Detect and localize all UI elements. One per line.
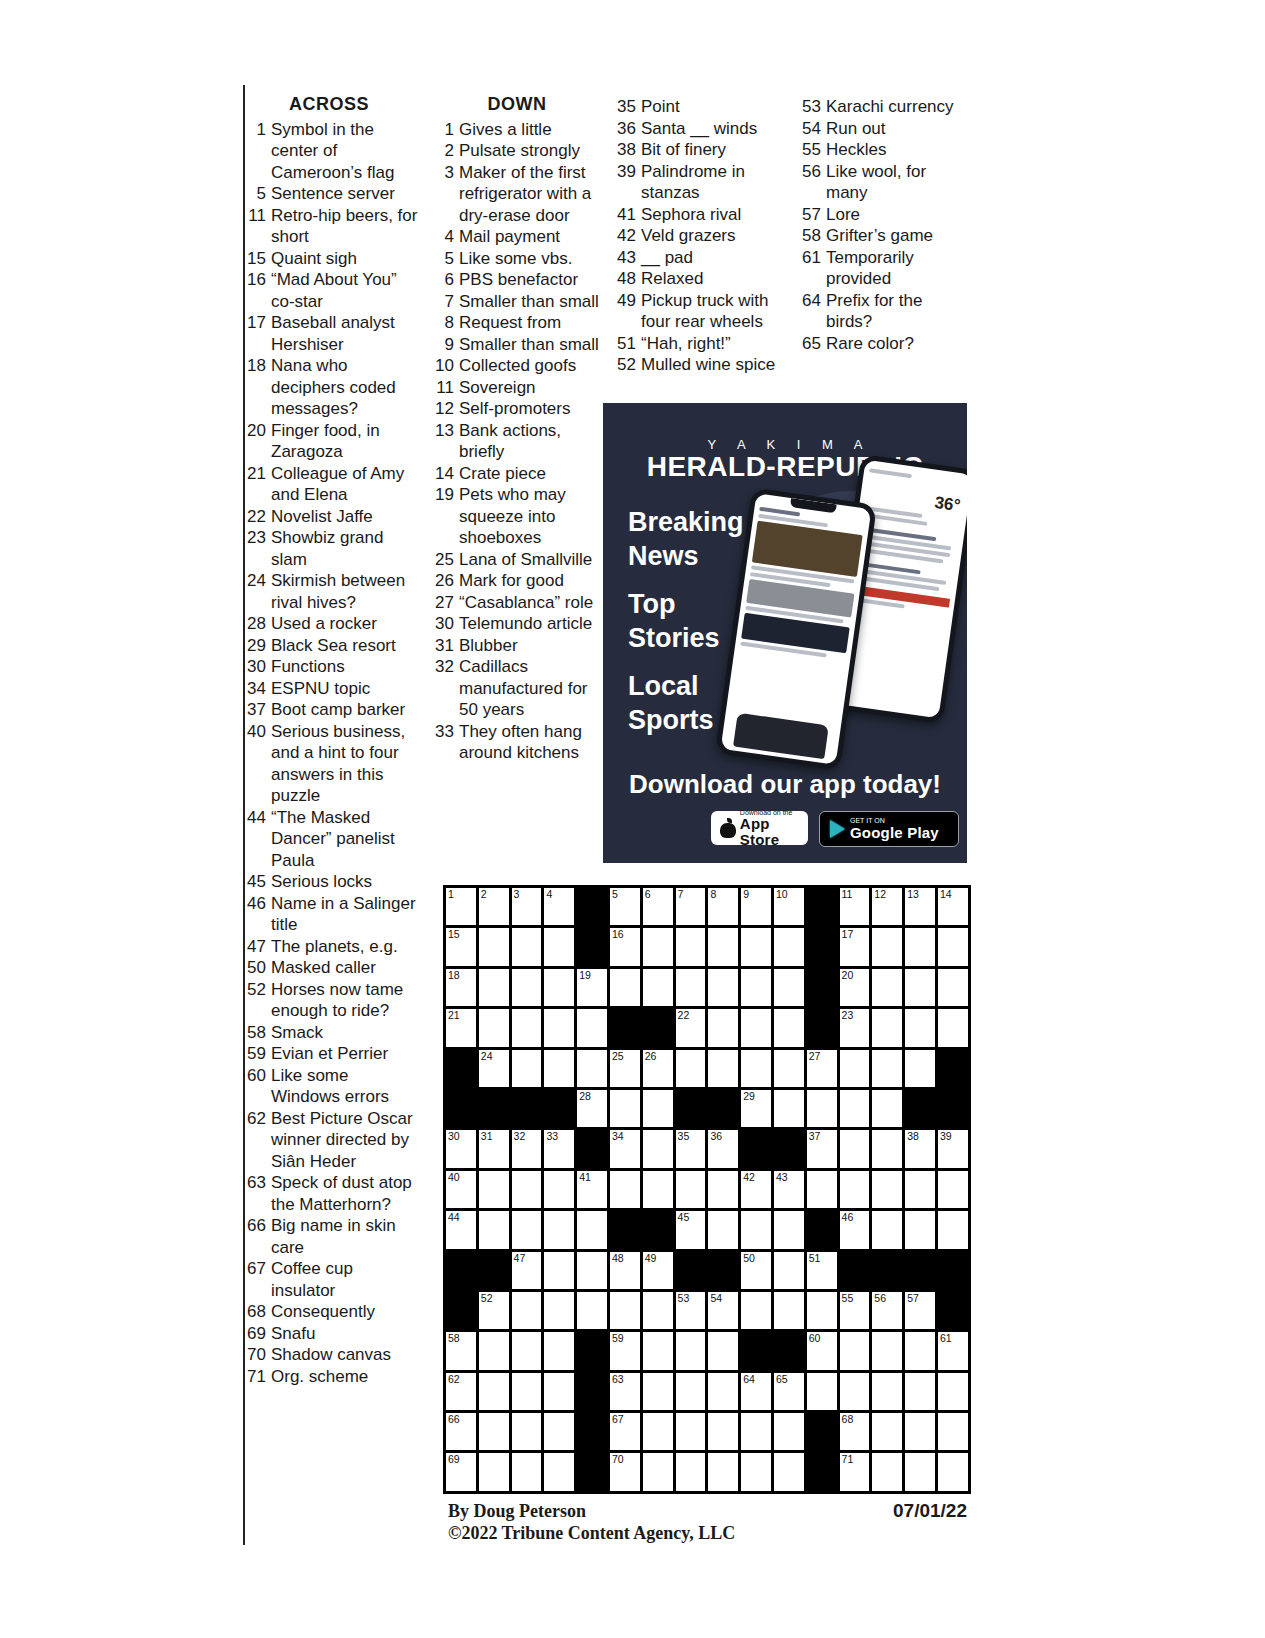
grid-cell[interactable]: 16 — [610, 928, 640, 965]
clue-text: “Casablanca” role — [459, 593, 593, 612]
black-cell — [807, 1413, 837, 1450]
clue: 13Bank actions, briefly — [428, 420, 606, 463]
grid-cell[interactable] — [479, 1453, 509, 1490]
grid-cell[interactable] — [938, 969, 968, 1006]
grid-cell[interactable]: 24 — [479, 1050, 509, 1087]
clue-number: 69 — [240, 1323, 266, 1345]
grid-cell[interactable] — [544, 969, 574, 1006]
grid-cell[interactable] — [643, 1453, 673, 1490]
clue: 14Crate piece — [428, 463, 606, 485]
clue: 56Like wool, for many — [795, 161, 970, 204]
grid-cell[interactable] — [676, 1453, 706, 1490]
grid-cell[interactable] — [741, 969, 771, 1006]
play-triangle-icon — [830, 820, 845, 838]
grid-cell[interactable] — [905, 1171, 935, 1208]
grid-cell[interactable] — [512, 1050, 542, 1087]
grid-cell[interactable] — [544, 1252, 574, 1289]
clue-number: 5 — [428, 248, 454, 270]
grid-cell[interactable] — [774, 1453, 804, 1490]
cell-number: 65 — [776, 1374, 788, 1385]
cell-number: 70 — [612, 1454, 624, 1465]
clue-text: Sovereign — [459, 378, 536, 397]
grid-cell[interactable]: 5 — [610, 888, 640, 925]
grid-cell[interactable] — [643, 1130, 673, 1167]
grid-cell[interactable] — [840, 1130, 870, 1167]
clue: 38Bit of finery — [610, 139, 790, 161]
grid-cell[interactable] — [708, 1211, 738, 1248]
grid-cell[interactable] — [840, 1373, 870, 1410]
clue-number: 39 — [610, 161, 636, 183]
clue-text: Best Picture Oscar winner directed by Si… — [271, 1109, 413, 1171]
grid-cell[interactable] — [708, 928, 738, 965]
grid-cell[interactable] — [741, 1211, 771, 1248]
clue-text: Novelist Jaffe — [271, 507, 373, 526]
cell-number: 27 — [809, 1051, 821, 1062]
grid-cell[interactable] — [840, 1050, 870, 1087]
grid-cell[interactable]: 28 — [577, 1090, 607, 1127]
grid-cell[interactable] — [774, 1050, 804, 1087]
grid-cell[interactable] — [544, 1171, 574, 1208]
grid-cell[interactable]: 57 — [905, 1292, 935, 1329]
clue-number: 35 — [610, 96, 636, 118]
grid-cell[interactable]: 36 — [708, 1130, 738, 1167]
grid-cell[interactable] — [676, 928, 706, 965]
grid-cell[interactable] — [577, 1292, 607, 1329]
grid-cell[interactable] — [610, 1090, 640, 1127]
clue-text: __ pad — [641, 248, 693, 267]
grid-cell[interactable]: 27 — [807, 1050, 837, 1087]
grid-cell[interactable] — [577, 1252, 607, 1289]
grid-cell[interactable] — [676, 1373, 706, 1410]
grid-cell[interactable] — [512, 1453, 542, 1490]
grid-cell[interactable] — [872, 1130, 902, 1167]
grid-cell[interactable] — [807, 1171, 837, 1208]
clue-text: Finger food, in Zaragoza — [271, 421, 380, 462]
grid-cell[interactable] — [741, 1009, 771, 1046]
grid-cell[interactable] — [643, 1090, 673, 1127]
grid-cell[interactable] — [676, 1050, 706, 1087]
clue-number: 46 — [240, 893, 266, 915]
grid-cell[interactable]: 63 — [610, 1373, 640, 1410]
grid-cell[interactable] — [512, 1413, 542, 1450]
grid-cell[interactable] — [708, 1332, 738, 1369]
clue-number: 11 — [240, 205, 266, 227]
ad-tagline: Local Sports — [628, 669, 758, 737]
grid-cell[interactable] — [479, 1009, 509, 1046]
grid-cell[interactable] — [708, 1453, 738, 1490]
grid-cell[interactable] — [708, 1050, 738, 1087]
grid-cell[interactable] — [643, 969, 673, 1006]
clue: 11Retro-hip beers, for short — [240, 205, 418, 248]
grid-cell[interactable]: 53 — [676, 1292, 706, 1329]
grid-cell[interactable]: 58 — [446, 1332, 476, 1369]
grid-cell[interactable]: 20 — [840, 969, 870, 1006]
grid-cell[interactable]: 34 — [610, 1130, 640, 1167]
clue-text: Horses now tame enough to ride? — [271, 980, 403, 1021]
grid-cell[interactable] — [544, 1009, 574, 1046]
grid-cell[interactable]: 32 — [512, 1130, 542, 1167]
grid-cell[interactable]: 17 — [840, 928, 870, 965]
cell-number: 50 — [743, 1253, 755, 1264]
clue: 5Like some vbs. — [428, 248, 606, 270]
clue-text: Snafu — [271, 1324, 315, 1343]
grid-cell[interactable]: 18 — [446, 969, 476, 1006]
grid-cell[interactable] — [643, 1413, 673, 1450]
grid-cell[interactable] — [774, 969, 804, 1006]
app-store-badge[interactable]: Download on the App Store — [711, 811, 808, 845]
clue-number: 22 — [240, 506, 266, 528]
grid-cell[interactable] — [872, 1050, 902, 1087]
grid-cell[interactable]: 60 — [807, 1332, 837, 1369]
clue-text: Collected goofs — [459, 356, 576, 375]
grid-cell[interactable]: 1 — [446, 888, 476, 925]
cell-number: 7 — [678, 889, 684, 900]
grid-cell[interactable]: 25 — [610, 1050, 640, 1087]
grid-cell[interactable]: 45 — [676, 1211, 706, 1248]
grid-cell[interactable] — [676, 1413, 706, 1450]
grid-cell[interactable]: 50 — [741, 1252, 771, 1289]
ad-kicker: Y A K I M A — [603, 437, 967, 452]
clue-text: Nana who deciphers coded messages? — [271, 356, 396, 418]
grid-cell[interactable] — [544, 1211, 574, 1248]
grid-cell[interactable] — [840, 1171, 870, 1208]
clue: 58Grifter’s game — [795, 225, 970, 247]
clue-number: 62 — [240, 1108, 266, 1130]
black-cell — [577, 888, 607, 925]
grid-cell[interactable] — [479, 1171, 509, 1208]
grid-cell[interactable]: 30 — [446, 1130, 476, 1167]
grid-cell[interactable] — [741, 1050, 771, 1087]
clue: 2Pulsate strongly — [428, 140, 606, 162]
grid-cell[interactable] — [512, 1292, 542, 1329]
cell-number: 48 — [612, 1253, 624, 1264]
grid-cell[interactable]: 40 — [446, 1171, 476, 1208]
grid-cell[interactable]: 3 — [512, 888, 542, 925]
grid-cell[interactable] — [544, 1373, 574, 1410]
grid-cell[interactable] — [905, 1413, 935, 1450]
grid-cell[interactable]: 47 — [512, 1252, 542, 1289]
black-cell — [676, 1252, 706, 1289]
grid-cell[interactable]: 64 — [741, 1373, 771, 1410]
black-cell — [807, 888, 837, 925]
cell-number: 52 — [481, 1293, 493, 1304]
grid-cell[interactable] — [938, 1171, 968, 1208]
grid-cell[interactable] — [872, 1211, 902, 1248]
google-play-badge[interactable]: GET IT ON Google Play — [819, 811, 959, 847]
grid-cell[interactable] — [676, 969, 706, 1006]
grid-cell[interactable] — [708, 1171, 738, 1208]
clue: 57Lore — [795, 204, 970, 226]
clue-number: 52 — [240, 979, 266, 1001]
clue-text: Boot camp barker — [271, 700, 405, 719]
grid-cell[interactable] — [905, 1453, 935, 1490]
grid-cell[interactable]: 69 — [446, 1453, 476, 1490]
clue-text: Mulled wine spice — [641, 355, 775, 374]
grid-cell[interactable]: 6 — [643, 888, 673, 925]
grid-cell[interactable] — [479, 1332, 509, 1369]
clue: 66Big name in skin care — [240, 1215, 418, 1258]
grid-cell[interactable] — [938, 1211, 968, 1248]
grid-cell[interactable]: 22 — [676, 1009, 706, 1046]
grid-cell[interactable] — [872, 969, 902, 1006]
grid-cell[interactable] — [774, 1413, 804, 1450]
grid-cell[interactable]: 33 — [544, 1130, 574, 1167]
grid-cell[interactable] — [905, 1009, 935, 1046]
grid-cell[interactable] — [512, 1009, 542, 1046]
ad-tagline: Breaking News — [628, 505, 758, 573]
grid-cell[interactable] — [872, 1009, 902, 1046]
grid-cell[interactable] — [741, 1453, 771, 1490]
grid-cell[interactable]: 38 — [905, 1130, 935, 1167]
grid-cell[interactable] — [872, 1090, 902, 1127]
grid-cell[interactable] — [643, 928, 673, 965]
black-cell — [643, 1009, 673, 1046]
grid-cell[interactable] — [544, 1453, 574, 1490]
grid-cell[interactable] — [872, 1373, 902, 1410]
grid-cell[interactable] — [872, 928, 902, 965]
crossword-grid: 1234567891011121314151617181920212223242… — [443, 885, 971, 1494]
grid-cell[interactable] — [905, 1332, 935, 1369]
grid-cell[interactable]: 4 — [544, 888, 574, 925]
cell-number: 11 — [842, 889, 853, 900]
clue-text: Veld grazers — [641, 226, 736, 245]
grid-cell[interactable] — [708, 1413, 738, 1450]
clue-text: Bit of finery — [641, 140, 726, 159]
grid-cell[interactable]: 15 — [446, 928, 476, 965]
grid-cell[interactable]: 52 — [479, 1292, 509, 1329]
grid-cell[interactable] — [840, 1332, 870, 1369]
grid-cell[interactable]: 49 — [643, 1252, 673, 1289]
clue: 52Horses now tame enough to ride? — [240, 979, 418, 1022]
clue-number: 58 — [795, 225, 821, 247]
grid-cell[interactable] — [807, 1373, 837, 1410]
grid-cell[interactable] — [512, 1171, 542, 1208]
clue: 50Masked caller — [240, 957, 418, 979]
grid-cell[interactable] — [840, 1090, 870, 1127]
down-clues-column-3: 53Karachi currency54Run out55Heckles56Li… — [795, 96, 970, 354]
grid-cell[interactable] — [643, 1332, 673, 1369]
grid-cell[interactable] — [872, 1171, 902, 1208]
grid-cell[interactable]: 44 — [446, 1211, 476, 1248]
grid-cell[interactable]: 31 — [479, 1130, 509, 1167]
grid-cell[interactable]: 13 — [905, 888, 935, 925]
grid-cell[interactable] — [479, 1413, 509, 1450]
cell-number: 6 — [645, 889, 651, 900]
grid-cell[interactable] — [479, 969, 509, 1006]
clue-number: 61 — [795, 247, 821, 269]
clue-text: Bank actions, briefly — [459, 421, 561, 462]
grid-cell[interactable] — [610, 1171, 640, 1208]
grid-cell[interactable] — [643, 1373, 673, 1410]
cell-number: 61 — [940, 1333, 952, 1344]
grid-cell[interactable]: 61 — [938, 1332, 968, 1369]
grid-cell[interactable] — [708, 969, 738, 1006]
grid-cell[interactable] — [479, 928, 509, 965]
grid-cell[interactable]: 39 — [938, 1130, 968, 1167]
clue: 36Santa __ winds — [610, 118, 790, 140]
grid-cell[interactable] — [708, 1373, 738, 1410]
grid-cell[interactable] — [577, 1211, 607, 1248]
grid-cell[interactable]: 21 — [446, 1009, 476, 1046]
grid-cell[interactable]: 11 — [840, 888, 870, 925]
clue-number: 71 — [240, 1366, 266, 1388]
grid-cell[interactable]: 66 — [446, 1413, 476, 1450]
clue-text: Karachi currency — [826, 97, 954, 116]
grid-cell[interactable]: 62 — [446, 1373, 476, 1410]
grid-cell[interactable] — [905, 1373, 935, 1410]
cell-number: 58 — [448, 1333, 460, 1344]
clue-number: 64 — [795, 290, 821, 312]
clue-number: 3 — [428, 162, 454, 184]
grid-cell[interactable]: 70 — [610, 1453, 640, 1490]
clue: 29Black Sea resort — [240, 635, 418, 657]
grid-cell[interactable] — [905, 928, 935, 965]
grid-cell[interactable] — [544, 1050, 574, 1087]
clue-text: Telemundo article — [459, 614, 592, 633]
grid-cell[interactable]: 9 — [741, 888, 771, 925]
grid-cell[interactable]: 7 — [676, 888, 706, 925]
clue-number: 48 — [610, 268, 636, 290]
clue-number: 19 — [428, 484, 454, 506]
grid-cell[interactable] — [544, 1332, 574, 1369]
grid-cell[interactable] — [610, 1292, 640, 1329]
app-store-big-text: App Store — [740, 816, 808, 848]
grid-cell[interactable]: 59 — [610, 1332, 640, 1369]
grid-cell[interactable] — [807, 1292, 837, 1329]
grid-cell[interactable] — [905, 1050, 935, 1087]
grid-cell[interactable]: 54 — [708, 1292, 738, 1329]
grid-cell[interactable] — [774, 1292, 804, 1329]
cell-number: 55 — [842, 1293, 854, 1304]
grid-cell[interactable]: 35 — [676, 1130, 706, 1167]
cell-number: 54 — [710, 1293, 722, 1304]
grid-cell[interactable] — [938, 1453, 968, 1490]
grid-cell[interactable]: 19 — [577, 969, 607, 1006]
grid-cell[interactable] — [872, 1453, 902, 1490]
clue: 28Used a rocker — [240, 613, 418, 635]
grid-cell[interactable] — [872, 1332, 902, 1369]
grid-cell[interactable] — [872, 1413, 902, 1450]
grid-cell[interactable] — [512, 928, 542, 965]
clue: 65Rare color? — [795, 333, 970, 355]
grid-cell[interactable] — [807, 1090, 837, 1127]
grid-cell[interactable] — [741, 1413, 771, 1450]
grid-cell[interactable]: 2 — [479, 888, 509, 925]
grid-cell[interactable]: 41 — [577, 1171, 607, 1208]
grid-cell[interactable] — [905, 969, 935, 1006]
clue: 62Best Picture Oscar winner directed by … — [240, 1108, 418, 1173]
grid-cell[interactable] — [741, 928, 771, 965]
grid-cell[interactable]: 71 — [840, 1453, 870, 1490]
grid-cell[interactable] — [741, 1292, 771, 1329]
black-cell — [479, 1252, 509, 1289]
grid-cell[interactable] — [512, 1211, 542, 1248]
grid-cell[interactable] — [643, 1171, 673, 1208]
grid-cell[interactable]: 26 — [643, 1050, 673, 1087]
grid-cell[interactable] — [544, 928, 574, 965]
grid-cell[interactable]: 67 — [610, 1413, 640, 1450]
grid-cell[interactable]: 55 — [840, 1292, 870, 1329]
ad-taglines: Breaking News Top Stories Local Sports — [628, 505, 758, 751]
grid-cell[interactable]: 43 — [774, 1171, 804, 1208]
clue-text: Relaxed — [641, 269, 703, 288]
clue-text: Like some Windows errors — [271, 1066, 389, 1107]
grid-cell[interactable] — [479, 1373, 509, 1410]
footer-byline: By Doug Peterson ©2022 Tribune Content A… — [448, 1500, 735, 1544]
clue: 70Shadow canvas — [240, 1344, 418, 1366]
grid-cell[interactable] — [774, 1009, 804, 1046]
grid-cell[interactable]: 8 — [708, 888, 738, 925]
clue-text: Mark for good — [459, 571, 564, 590]
clue: 49Pickup truck with four rear wheels — [610, 290, 790, 333]
grid-cell[interactable]: 10 — [774, 888, 804, 925]
clue-text: Smack — [271, 1023, 323, 1042]
black-cell — [938, 1050, 968, 1087]
grid-cell[interactable] — [708, 1009, 738, 1046]
cell-number: 4 — [546, 889, 552, 900]
black-cell — [741, 1332, 771, 1369]
clue-text: Prefix for the birds? — [826, 291, 922, 332]
grid-cell[interactable] — [774, 1211, 804, 1248]
clue: 19Pets who may squeeze into shoeboxes — [428, 484, 606, 549]
grid-cell[interactable] — [676, 1171, 706, 1208]
clue-number: 8 — [428, 312, 454, 334]
grid-cell[interactable]: 23 — [840, 1009, 870, 1046]
grid-cell[interactable] — [577, 1009, 607, 1046]
clue-number: 55 — [795, 139, 821, 161]
grid-cell[interactable]: 29 — [741, 1090, 771, 1127]
black-cell — [446, 1090, 476, 1127]
grid-cell[interactable] — [512, 1332, 542, 1369]
grid-cell[interactable]: 48 — [610, 1252, 640, 1289]
grid-cell[interactable]: 46 — [840, 1211, 870, 1248]
grid-cell[interactable] — [938, 1373, 968, 1410]
grid-cell[interactable]: 56 — [872, 1292, 902, 1329]
grid-cell[interactable] — [643, 1292, 673, 1329]
grid-cell[interactable]: 14 — [938, 888, 968, 925]
grid-cell[interactable]: 12 — [872, 888, 902, 925]
grid-cell[interactable] — [544, 1413, 574, 1450]
grid-cell[interactable] — [774, 928, 804, 965]
grid-cell[interactable] — [512, 969, 542, 1006]
grid-cell[interactable] — [774, 1252, 804, 1289]
clue-text: Serious locks — [271, 872, 372, 891]
grid-cell[interactable] — [676, 1332, 706, 1369]
grid-cell[interactable]: 51 — [807, 1252, 837, 1289]
grid-cell[interactable] — [512, 1373, 542, 1410]
grid-cell[interactable]: 65 — [774, 1373, 804, 1410]
grid-cell[interactable]: 68 — [840, 1413, 870, 1450]
grid-cell[interactable] — [577, 1050, 607, 1087]
grid-cell[interactable] — [938, 928, 968, 965]
grid-cell[interactable] — [544, 1292, 574, 1329]
grid-cell[interactable] — [938, 1413, 968, 1450]
clue-text: Crate piece — [459, 464, 546, 483]
grid-cell[interactable] — [938, 1009, 968, 1046]
clue-number: 58 — [240, 1022, 266, 1044]
cell-number: 23 — [842, 1010, 854, 1021]
down-clue-list-2: 35Point36Santa __ winds38Bit of finery39… — [610, 96, 790, 376]
grid-cell[interactable] — [479, 1211, 509, 1248]
grid-cell[interactable] — [610, 969, 640, 1006]
grid-cell[interactable] — [905, 1211, 935, 1248]
grid-cell[interactable]: 37 — [807, 1130, 837, 1167]
clue-number: 47 — [240, 936, 266, 958]
google-play-big-text: Google Play — [850, 825, 939, 841]
cell-number: 26 — [645, 1051, 657, 1062]
grid-cell[interactable]: 42 — [741, 1171, 771, 1208]
grid-cell[interactable] — [774, 1090, 804, 1127]
